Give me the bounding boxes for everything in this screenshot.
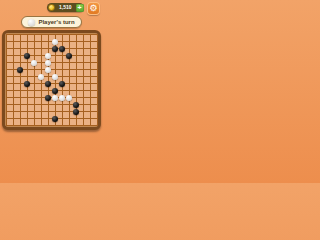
black-stone — [52, 88, 58, 94]
black-stone — [73, 109, 79, 115]
black-stone — [52, 46, 58, 52]
add-coins-button[interactable]: + — [76, 4, 84, 12]
white-stone — [45, 67, 51, 73]
turn-indicator: Player's turn — [21, 16, 82, 28]
gold-coin-icon — [48, 4, 55, 11]
white-stone — [66, 95, 72, 101]
black-stone — [17, 67, 23, 73]
game-board[interactable] — [2, 30, 101, 130]
black-stone — [45, 95, 51, 101]
white-stone — [59, 95, 65, 101]
coin-amount: 1,510 — [55, 3, 76, 12]
black-stone — [59, 81, 65, 87]
white-stone — [45, 53, 51, 59]
white-stone-icon — [28, 19, 35, 26]
black-stone — [24, 53, 30, 59]
settings-button[interactable]: ⚙ — [87, 2, 100, 15]
turn-label: Player's turn — [38, 19, 74, 25]
gear-icon: ⚙ — [89, 2, 97, 15]
black-stone — [66, 53, 72, 59]
white-stone — [38, 74, 44, 80]
coin-counter: 1,510 + — [47, 3, 84, 12]
black-stone — [52, 116, 58, 122]
white-stone — [52, 95, 58, 101]
white-stone — [52, 39, 58, 45]
black-stone — [73, 102, 79, 108]
black-stone — [24, 81, 30, 87]
white-stone — [31, 60, 37, 66]
black-stone — [59, 46, 65, 52]
white-stone — [45, 60, 51, 66]
board-grid[interactable] — [6, 34, 98, 126]
white-stone — [52, 74, 58, 80]
black-stone — [45, 81, 51, 87]
